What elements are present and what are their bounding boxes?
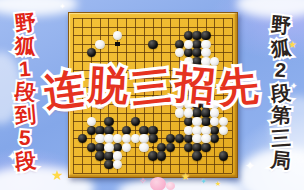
center-title: 连脱三招先: [44, 57, 259, 116]
star-point: [152, 146, 155, 149]
white-stone: [192, 117, 201, 126]
white-stone: [95, 40, 104, 49]
caption-char: 到: [14, 103, 37, 126]
caption-char: 先: [216, 58, 261, 116]
pink-blob: [150, 177, 166, 190]
white-stone: [219, 126, 228, 135]
black-stone: [219, 151, 228, 160]
caption-char: 2: [275, 60, 287, 81]
caption-char: 段: [270, 82, 292, 104]
white-stone: [113, 31, 122, 40]
caption-char: 野: [270, 14, 292, 36]
caption-char: 三: [128, 58, 174, 117]
star-icon: ★: [51, 168, 64, 182]
caption-char: 连: [41, 60, 88, 120]
white-stone: [139, 143, 148, 152]
white-stone: [201, 134, 210, 143]
caption-char: 野: [13, 11, 36, 34]
white-stone: [113, 160, 122, 169]
sparkle-icon: ✧: [16, 94, 24, 103]
white-stone: [184, 40, 193, 49]
black-stone: [201, 143, 210, 152]
square-marker: [115, 42, 120, 47]
black-stone: [104, 117, 113, 126]
sparkle-icon: ✦: [245, 160, 255, 172]
caption-char: 脱: [86, 57, 129, 114]
star-icon: ★: [181, 172, 190, 182]
white-stone: [87, 117, 96, 126]
grid-line: [73, 164, 232, 165]
sparkle-icon: ✦: [290, 82, 298, 91]
black-stone: [131, 117, 140, 126]
video-thumbnail: 野狐1段到5段 野狐2段第三局 连脱三招先 ✦✧★✦★✦★✦✧★✦: [0, 0, 304, 190]
white-stone: [210, 117, 219, 126]
black-stone: [166, 143, 175, 152]
sparkle-icon: ✦: [59, 3, 66, 11]
caption-char: 狐: [14, 34, 37, 57]
black-stone: [210, 134, 219, 143]
sparkle-icon: ✦: [7, 150, 18, 163]
caption-char: 第: [270, 104, 292, 126]
caption-char: 1: [18, 58, 31, 80]
caption-char: 局: [270, 149, 292, 171]
star-icon: ★: [288, 40, 297, 50]
black-stone: [78, 134, 87, 143]
white-stone: [113, 134, 122, 143]
black-stone: [192, 151, 201, 160]
star-icon: ★: [215, 180, 221, 187]
caption-char: 5: [18, 127, 31, 149]
black-stone: [175, 134, 184, 143]
pink-blob: [166, 182, 175, 190]
white-stone: [122, 143, 131, 152]
caption-char: 招: [172, 56, 217, 114]
black-stone: [148, 40, 157, 49]
caption-char: 三: [270, 127, 291, 148]
sparkle-icon: ✦: [200, 178, 207, 186]
white-stone: [104, 143, 113, 152]
sparkle-icon: ✧: [139, 177, 147, 186]
grid-line: [73, 173, 232, 174]
black-stone: [148, 134, 157, 143]
black-stone: [201, 31, 210, 40]
white-stone: [219, 117, 228, 126]
left-caption: 野狐1段到5段: [6, 12, 44, 171]
black-stone: [157, 151, 166, 160]
